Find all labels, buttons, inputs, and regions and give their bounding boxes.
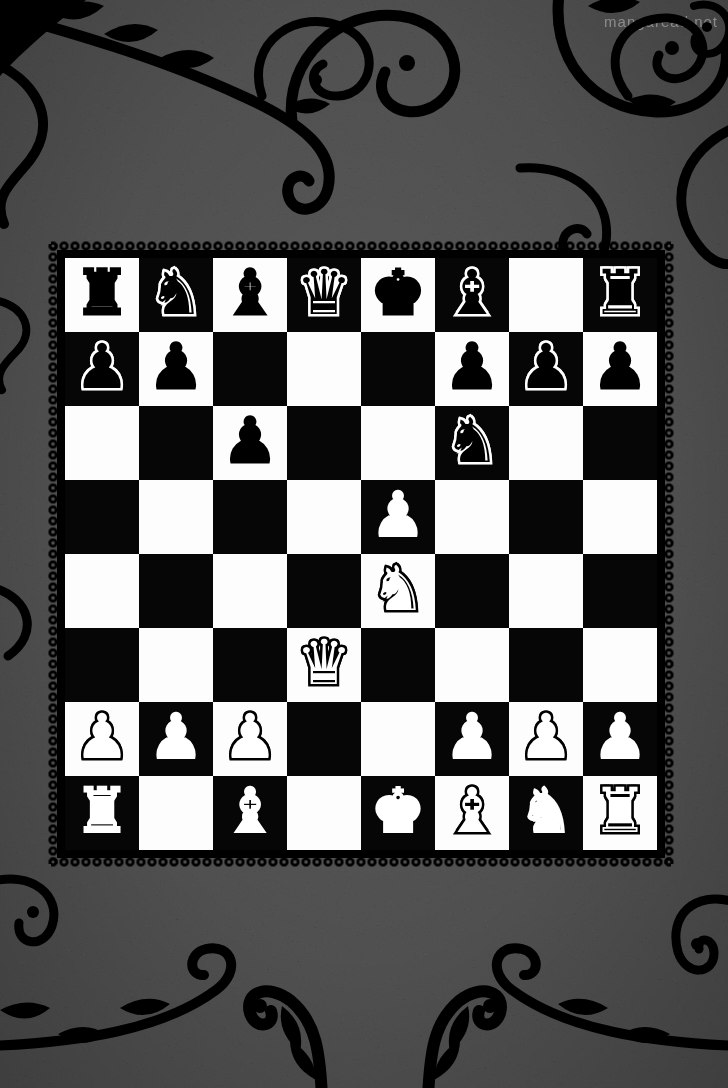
- square-g8: [509, 258, 583, 332]
- square-d7: [287, 332, 361, 406]
- white-pawn: ♟: [222, 706, 278, 768]
- square-a4: [65, 554, 139, 628]
- chess-board: ♜♞♝♛♚♝♜♟♟♟♟♟♟♞♟♞♛♟♟♟♟♟♟♜♝♚♝♞♜: [57, 250, 665, 858]
- black-knight: ♞: [444, 410, 500, 472]
- square-f7: ♟: [435, 332, 509, 406]
- black-knight: ♞: [148, 262, 204, 324]
- square-a7: ♟: [65, 332, 139, 406]
- square-b5: [139, 480, 213, 554]
- square-d6: [287, 406, 361, 480]
- square-f1: ♝: [435, 776, 509, 850]
- white-pawn: ♟: [518, 706, 574, 768]
- square-f2: ♟: [435, 702, 509, 776]
- square-h8: ♜: [583, 258, 657, 332]
- white-pawn: ♟: [592, 706, 648, 768]
- square-g3: [509, 628, 583, 702]
- square-e3: [361, 628, 435, 702]
- square-a8: ♜: [65, 258, 139, 332]
- white-king: ♚: [370, 780, 426, 842]
- black-pawn: ♟: [148, 336, 204, 398]
- square-h4: [583, 554, 657, 628]
- lace-trim-bottom: [51, 856, 671, 868]
- square-a5: [65, 480, 139, 554]
- square-d2: [287, 702, 361, 776]
- square-d8: ♛: [287, 258, 361, 332]
- square-h7: ♟: [583, 332, 657, 406]
- white-knight: ♞: [518, 780, 574, 842]
- black-bishop: ♝: [444, 262, 500, 324]
- white-rook: ♜: [74, 780, 130, 842]
- white-pawn: ♟: [370, 484, 426, 546]
- white-pawn: ♟: [148, 706, 204, 768]
- chess-board-grid: ♜♞♝♛♚♝♜♟♟♟♟♟♟♞♟♞♛♟♟♟♟♟♟♜♝♚♝♞♜: [65, 258, 657, 850]
- square-e5: ♟: [361, 480, 435, 554]
- black-rook: ♜: [592, 262, 648, 324]
- lace-trim-left: [47, 244, 59, 864]
- square-e8: ♚: [361, 258, 435, 332]
- square-e4: ♞: [361, 554, 435, 628]
- watermark: mangaread.net: [604, 13, 718, 30]
- white-pawn: ♟: [444, 706, 500, 768]
- square-b1: [139, 776, 213, 850]
- black-pawn: ♟: [592, 336, 648, 398]
- white-queen: ♛: [296, 632, 352, 694]
- square-g6: [509, 406, 583, 480]
- square-f4: [435, 554, 509, 628]
- square-f8: ♝: [435, 258, 509, 332]
- black-pawn: ♟: [222, 410, 278, 472]
- square-a2: ♟: [65, 702, 139, 776]
- square-b3: [139, 628, 213, 702]
- square-e1: ♚: [361, 776, 435, 850]
- square-e6: [361, 406, 435, 480]
- square-c3: [213, 628, 287, 702]
- square-a3: [65, 628, 139, 702]
- square-e7: [361, 332, 435, 406]
- square-f6: ♞: [435, 406, 509, 480]
- square-b4: [139, 554, 213, 628]
- square-c6: ♟: [213, 406, 287, 480]
- white-rook: ♜: [592, 780, 648, 842]
- white-pawn: ♟: [74, 706, 130, 768]
- square-g2: ♟: [509, 702, 583, 776]
- white-bishop: ♝: [222, 780, 278, 842]
- square-c5: [213, 480, 287, 554]
- black-pawn: ♟: [444, 336, 500, 398]
- square-h2: ♟: [583, 702, 657, 776]
- square-b8: ♞: [139, 258, 213, 332]
- square-d1: [287, 776, 361, 850]
- square-a6: [65, 406, 139, 480]
- square-c1: ♝: [213, 776, 287, 850]
- square-h6: [583, 406, 657, 480]
- white-bishop: ♝: [444, 780, 500, 842]
- square-b7: ♟: [139, 332, 213, 406]
- black-pawn: ♟: [518, 336, 574, 398]
- square-b6: [139, 406, 213, 480]
- square-b2: ♟: [139, 702, 213, 776]
- square-c2: ♟: [213, 702, 287, 776]
- square-f3: [435, 628, 509, 702]
- black-king: ♚: [370, 262, 426, 324]
- square-h3: [583, 628, 657, 702]
- square-h1: ♜: [583, 776, 657, 850]
- square-d3: ♛: [287, 628, 361, 702]
- square-c4: [213, 554, 287, 628]
- black-bishop: ♝: [222, 262, 278, 324]
- white-knight: ♞: [370, 558, 426, 620]
- square-e2: [361, 702, 435, 776]
- square-g4: [509, 554, 583, 628]
- black-rook: ♜: [74, 262, 130, 324]
- square-g5: [509, 480, 583, 554]
- black-queen: ♛: [296, 262, 352, 324]
- square-g1: ♞: [509, 776, 583, 850]
- square-d4: [287, 554, 361, 628]
- square-d5: [287, 480, 361, 554]
- square-a1: ♜: [65, 776, 139, 850]
- square-f5: [435, 480, 509, 554]
- black-pawn: ♟: [74, 336, 130, 398]
- square-c7: [213, 332, 287, 406]
- lace-trim-right: [663, 244, 675, 864]
- square-c8: ♝: [213, 258, 287, 332]
- square-g7: ♟: [509, 332, 583, 406]
- square-h5: [583, 480, 657, 554]
- lace-trim-top: [51, 240, 671, 252]
